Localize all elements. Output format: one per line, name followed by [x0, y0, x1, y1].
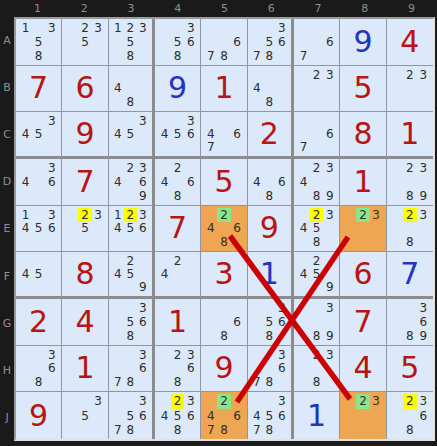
- candidate-slot-A4-7: [158, 49, 171, 63]
- candidates-E8: 23: [340, 206, 385, 252]
- candidate-slot-D4-1: [158, 161, 171, 175]
- candidate-slot-B3-7: [112, 95, 124, 109]
- candidate-C7-6: 6: [323, 128, 336, 141]
- candidate-D4-8: 8: [171, 189, 184, 203]
- cell-H6[interactable]: 3678: [248, 346, 294, 393]
- candidate-A1-5: 5: [32, 35, 45, 49]
- candidate-slot-E8-7: [343, 235, 356, 249]
- candidate-slot-F3-1: [112, 254, 124, 267]
- value-F8: 6: [340, 252, 385, 296]
- candidate-slot-E7-9: [323, 235, 336, 249]
- candidate-slot-E8-1: [343, 208, 356, 222]
- col-label-1: 1: [14, 0, 61, 17]
- candidate-G7-9: 9: [323, 329, 336, 343]
- candidate-G5-6: 6: [231, 315, 244, 329]
- candidate-A3-2: 2: [124, 21, 136, 35]
- cell-J6[interactable]: 345678: [248, 392, 294, 439]
- cell-J4[interactable]: 234568: [155, 392, 201, 439]
- candidate-slot-G6-7: [251, 329, 263, 343]
- candidate-slot-F1-6: [45, 268, 58, 281]
- candidate-slot-D9-5: [403, 175, 416, 189]
- candidate-E5-8: 8: [217, 235, 230, 249]
- cell-C2[interactable]: 9: [62, 112, 108, 159]
- candidate-slot-B3-3: [137, 68, 149, 82]
- candidate-E3-6: 6: [137, 222, 149, 236]
- cell-G8[interactable]: 7: [340, 299, 386, 346]
- candidate-slot-H3-2: [124, 348, 136, 362]
- cell-F9[interactable]: 7: [387, 252, 433, 299]
- candidates-C1: 345: [16, 112, 61, 156]
- candidate-F3-9: 9: [137, 281, 149, 294]
- cell-G5[interactable]: 68: [201, 299, 247, 346]
- candidate-slot-G5-1: [204, 301, 217, 315]
- candidate-slot-B3-6: [137, 82, 149, 96]
- candidate-slot-A4-9: [184, 49, 197, 63]
- candidate-D4-4: 4: [158, 175, 171, 189]
- cell-J8[interactable]: 23: [340, 392, 386, 439]
- cell-B2[interactable]: 6: [62, 66, 108, 113]
- value-B1: 7: [16, 66, 61, 112]
- candidate-E5-4: 4: [204, 222, 217, 236]
- cell-G1[interactable]: 2: [16, 299, 62, 346]
- candidate-slot-D9-1: [390, 161, 403, 175]
- col-label-3: 3: [108, 0, 155, 17]
- candidate-J4-5: 5: [171, 409, 184, 423]
- candidate-slot-G3-9: [137, 329, 149, 343]
- candidate-slot-G6-9: [276, 329, 288, 343]
- candidate-B6-4: 4: [251, 82, 263, 96]
- candidate-E2-2: 2: [78, 208, 91, 222]
- candidate-E3-1: 1: [112, 208, 124, 222]
- cell-A2[interactable]: 235: [62, 19, 108, 66]
- cell-D4[interactable]: 2468: [155, 159, 201, 206]
- candidate-D1-4: 4: [19, 175, 32, 189]
- candidates-G6: 3568: [248, 299, 291, 345]
- cell-G2[interactable]: 4: [62, 299, 108, 346]
- candidate-B3-4: 4: [112, 82, 124, 96]
- candidate-slot-H4-4: [158, 362, 171, 376]
- candidate-slot-C1-8: [32, 141, 45, 154]
- cell-J1[interactable]: 9: [16, 392, 62, 439]
- candidate-J5-8: 8: [217, 423, 230, 437]
- cell-C4[interactable]: 3456: [155, 112, 201, 159]
- candidate-slot-H6-1: [251, 348, 263, 362]
- candidate-slot-J8-4: [343, 409, 356, 423]
- candidate-J6-6: 6: [276, 409, 288, 423]
- cell-E3[interactable]: 123456: [109, 206, 155, 253]
- candidate-slot-E5-5: [217, 222, 230, 236]
- candidate-H1-6: 6: [45, 362, 58, 376]
- cell-A9[interactable]: 4: [387, 19, 433, 66]
- candidate-slot-E1-7: [19, 235, 32, 249]
- candidates-E7: 23458: [294, 206, 339, 252]
- cell-C9[interactable]: 1: [387, 112, 433, 159]
- candidate-H1-8: 8: [32, 375, 45, 389]
- cell-E9[interactable]: 238: [387, 206, 433, 253]
- candidate-J3-7: 7: [112, 423, 124, 437]
- candidate-E1-1: 1: [19, 208, 32, 222]
- candidate-slot-B7-7: [297, 95, 310, 109]
- cell-F4[interactable]: 24: [155, 252, 201, 299]
- value-G1: 2: [16, 299, 61, 345]
- candidate-slot-E2-9: [92, 235, 105, 249]
- cell-G7[interactable]: 389: [294, 299, 340, 346]
- candidate-G3-3: 3: [137, 301, 149, 315]
- candidate-slot-E5-9: [231, 235, 244, 249]
- candidate-E1-6: 6: [45, 222, 58, 236]
- candidate-slot-A1-4: [19, 35, 32, 49]
- cell-D5[interactable]: 5: [201, 159, 247, 206]
- candidate-D9-9: 9: [417, 189, 430, 203]
- candidate-slot-A6-9: [276, 49, 288, 63]
- candidate-slot-B9-4: [390, 82, 403, 96]
- candidate-A1-3: 3: [45, 21, 58, 35]
- cell-F5[interactable]: 3: [201, 252, 247, 299]
- candidate-slot-H1-7: [19, 375, 32, 389]
- cell-A4[interactable]: 3568: [155, 19, 201, 66]
- cell-D8[interactable]: 1: [340, 159, 386, 206]
- candidate-slot-D4-5: [171, 175, 184, 189]
- cell-E1[interactable]: 13456: [16, 206, 62, 253]
- candidates-F1: 45: [16, 252, 61, 296]
- row-label-F: F: [0, 253, 14, 300]
- candidate-A5-7: 7: [204, 49, 217, 63]
- candidate-slot-E1-9: [45, 235, 58, 249]
- cell-C6[interactable]: 2: [248, 112, 294, 159]
- candidate-A3-5: 5: [124, 35, 136, 49]
- candidate-slot-B9-9: [417, 95, 430, 109]
- candidate-slot-E9-5: [403, 222, 416, 236]
- cell-D1[interactable]: 346: [16, 159, 62, 206]
- cell-B1[interactable]: 7: [16, 66, 62, 113]
- candidate-slot-E5-1: [204, 208, 217, 222]
- value-A8: 9: [340, 19, 385, 65]
- cell-H9[interactable]: 5: [387, 346, 433, 393]
- cell-J7[interactable]: 1: [294, 392, 340, 439]
- candidate-slot-G6-1: [251, 301, 263, 315]
- candidate-G9-3: 3: [417, 301, 430, 315]
- candidate-slot-H3-4: [112, 362, 124, 376]
- candidate-slot-D9-4: [390, 175, 403, 189]
- candidate-slot-F4-9: [184, 281, 197, 294]
- candidate-slot-A6-4: [251, 35, 263, 49]
- candidate-slot-C7-1: [297, 114, 310, 127]
- cell-C3[interactable]: 345: [109, 112, 155, 159]
- cell-B4[interactable]: 9: [155, 66, 201, 113]
- candidate-C4-6: 6: [184, 128, 197, 141]
- candidate-slot-D6-5: [263, 175, 275, 189]
- cell-J9[interactable]: 2368: [387, 392, 433, 439]
- candidate-J2-3: 3: [92, 394, 105, 408]
- candidate-slot-D9-6: [417, 175, 430, 189]
- cell-H7[interactable]: 238: [294, 346, 340, 393]
- cell-J2[interactable]: 35: [62, 392, 108, 439]
- candidate-slot-H1-5: [32, 362, 45, 376]
- candidate-A4-8: 8: [171, 49, 184, 63]
- candidate-slot-H7-4: [297, 362, 310, 376]
- candidate-slot-G5-2: [217, 301, 230, 315]
- candidate-A6-6: 6: [276, 35, 288, 49]
- candidates-A6: 35678: [248, 19, 291, 65]
- candidate-slot-C3-7: [112, 141, 124, 154]
- candidate-slot-A6-1: [251, 21, 263, 35]
- col-label-9: 9: [388, 0, 435, 17]
- cell-G4[interactable]: 1: [155, 299, 201, 346]
- cell-F8[interactable]: 6: [340, 252, 386, 299]
- candidate-D7-4: 4: [297, 175, 310, 189]
- candidate-A7-7: 7: [297, 49, 310, 63]
- candidate-F1-4: 4: [19, 268, 32, 281]
- candidate-slot-F4-1: [158, 254, 171, 267]
- candidate-slot-A1-6: [45, 35, 58, 49]
- candidate-slot-A1-9: [45, 49, 58, 63]
- candidate-slot-D1-8: [32, 189, 45, 203]
- value-C2: 9: [62, 112, 107, 156]
- candidate-slot-F4-8: [171, 281, 184, 294]
- cell-G6[interactable]: 3568: [248, 299, 294, 346]
- value-H2: 1: [62, 346, 107, 392]
- candidate-slot-A2-7: [65, 49, 78, 63]
- candidate-E9-2: 2: [403, 208, 416, 222]
- candidate-J4-2: 2: [171, 394, 184, 408]
- cell-B5[interactable]: 1: [201, 66, 247, 113]
- value-C8: 8: [340, 112, 385, 156]
- cell-A6[interactable]: 35678: [248, 19, 294, 66]
- candidate-D1-6: 6: [45, 175, 58, 189]
- candidate-slot-B3-9: [137, 95, 149, 109]
- candidate-slot-D6-3: [276, 161, 288, 175]
- column-labels: 123456789: [14, 0, 435, 17]
- candidate-slot-H6-9: [276, 375, 288, 389]
- cell-A8[interactable]: 9: [340, 19, 386, 66]
- cell-E6[interactable]: 9: [248, 206, 294, 253]
- candidate-D4-2: 2: [171, 161, 184, 175]
- candidate-slot-J9-1: [390, 394, 403, 408]
- candidate-slot-G3-4: [112, 315, 124, 329]
- cell-F6[interactable]: 1: [248, 252, 294, 299]
- candidate-slot-H6-2: [263, 348, 275, 362]
- cell-F3[interactable]: 2459: [109, 252, 155, 299]
- cell-J5[interactable]: 24678: [201, 392, 247, 439]
- candidate-slot-C3-2: [124, 114, 136, 127]
- candidates-J6: 345678: [248, 392, 291, 439]
- candidate-slot-A1-7: [19, 49, 32, 63]
- candidate-J9-6: 6: [417, 409, 430, 423]
- candidate-slot-J3-2: [124, 394, 136, 408]
- cell-D7[interactable]: 23489: [294, 159, 340, 206]
- candidate-slot-C3-8: [124, 141, 136, 154]
- cell-C7[interactable]: 67: [294, 112, 340, 159]
- candidate-slot-D7-1: [297, 161, 310, 175]
- candidate-slot-A7-1: [297, 21, 310, 35]
- candidate-slot-A5-2: [217, 21, 230, 35]
- candidate-A6-8: 8: [263, 49, 275, 63]
- candidate-slot-A4-4: [158, 35, 171, 49]
- cell-C1[interactable]: 345: [16, 112, 62, 159]
- cell-E4[interactable]: 7: [155, 206, 201, 253]
- candidate-slot-F1-8: [32, 281, 45, 294]
- cell-H4[interactable]: 2368: [155, 346, 201, 393]
- candidate-F4-2: 2: [171, 254, 184, 267]
- cell-D3[interactable]: 23469: [109, 159, 155, 206]
- value-D5: 5: [201, 159, 246, 205]
- cell-B7[interactable]: 23: [294, 66, 340, 113]
- cell-H5[interactable]: 9: [201, 346, 247, 393]
- cell-A7[interactable]: 67: [294, 19, 340, 66]
- candidate-slot-E7-1: [297, 208, 310, 222]
- candidates-F4: 24: [155, 252, 200, 296]
- candidate-C4-4: 4: [158, 128, 171, 141]
- candidate-F3-2: 2: [124, 254, 136, 267]
- candidates-B6: 48: [248, 66, 291, 112]
- cell-B3[interactable]: 48: [109, 66, 155, 113]
- cell-A5[interactable]: 678: [201, 19, 247, 66]
- candidate-slot-G3-7: [112, 329, 124, 343]
- cell-E8[interactable]: 23: [340, 206, 386, 253]
- cell-D2[interactable]: 7: [62, 159, 108, 206]
- candidate-J8-2: 2: [356, 394, 369, 408]
- candidates-A1: 1358: [16, 19, 61, 65]
- cell-B8[interactable]: 5: [340, 66, 386, 113]
- candidate-slot-E5-7: [204, 235, 217, 249]
- candidates-H6: 3678: [248, 346, 291, 392]
- candidate-F4-4: 4: [158, 268, 171, 281]
- candidate-slot-D3-7: [112, 189, 124, 203]
- candidate-slot-G7-6: [323, 315, 336, 329]
- candidate-G3-6: 6: [137, 315, 149, 329]
- candidates-D4: 2468: [155, 159, 200, 205]
- cell-F2[interactable]: 8: [62, 252, 108, 299]
- cell-E7[interactable]: 23458: [294, 206, 340, 253]
- candidate-slot-B9-8: [403, 95, 416, 109]
- candidate-slot-E9-7: [390, 235, 403, 249]
- cell-D6[interactable]: 468: [248, 159, 294, 206]
- candidate-slot-B7-4: [297, 82, 310, 96]
- candidates-C7: 67: [294, 112, 339, 156]
- cell-H3[interactable]: 3678: [109, 346, 155, 393]
- candidate-slot-A7-3: [323, 21, 336, 35]
- cell-A3[interactable]: 12358: [109, 19, 155, 66]
- candidate-J2-5: 5: [78, 409, 91, 423]
- candidate-slot-J8-5: [356, 409, 369, 423]
- candidates-B7: 23: [294, 66, 339, 112]
- candidate-slot-F3-3: [137, 254, 149, 267]
- candidate-slot-E7-7: [297, 235, 310, 249]
- candidate-B7-2: 2: [310, 68, 323, 82]
- candidate-slot-J4-7: [158, 423, 171, 437]
- candidate-slot-C5-5: [217, 128, 230, 141]
- candidate-D3-9: 9: [137, 189, 149, 203]
- cell-H8[interactable]: 4: [340, 346, 386, 393]
- candidate-slot-F4-7: [158, 281, 171, 294]
- cell-B9[interactable]: 23: [387, 66, 433, 113]
- candidate-slot-H1-9: [45, 375, 58, 389]
- candidate-slot-C1-1: [19, 114, 32, 127]
- candidate-slot-C1-7: [19, 141, 32, 154]
- candidate-slot-G9-1: [390, 301, 403, 315]
- candidate-slot-F4-6: [184, 268, 197, 281]
- candidate-slot-H1-2: [32, 348, 45, 362]
- cell-J3[interactable]: 35678: [109, 392, 155, 439]
- value-C6: 2: [248, 112, 291, 156]
- candidate-E5-6: 6: [231, 222, 244, 236]
- candidate-D6-8: 8: [263, 189, 275, 203]
- candidate-slot-J5-1: [204, 394, 217, 408]
- candidate-slot-G9-4: [390, 315, 403, 329]
- cell-C5[interactable]: 467: [201, 112, 247, 159]
- cell-E2[interactable]: 235: [62, 206, 108, 253]
- candidate-slot-J8-9: [370, 423, 383, 437]
- candidate-slot-G6-2: [263, 301, 275, 315]
- candidate-slot-C7-5: [310, 128, 323, 141]
- candidate-slot-E9-1: [390, 208, 403, 222]
- candidate-D3-2: 2: [124, 161, 136, 175]
- candidates-A3: 12358: [109, 19, 152, 65]
- candidate-C3-3: 3: [137, 114, 149, 127]
- candidate-slot-J4-1: [158, 394, 171, 408]
- candidate-slot-E9-6: [417, 222, 430, 236]
- value-E4: 7: [155, 206, 200, 252]
- candidate-H1-3: 3: [45, 348, 58, 362]
- candidate-slot-D6-1: [251, 161, 263, 175]
- candidate-J9-8: 8: [403, 423, 416, 437]
- candidate-J5-7: 7: [204, 423, 217, 437]
- cell-C8[interactable]: 8: [340, 112, 386, 159]
- candidate-G5-8: 8: [217, 329, 230, 343]
- candidate-slot-B9-7: [390, 95, 403, 109]
- candidate-slot-C4-9: [184, 141, 197, 154]
- candidate-slot-G7-2: [310, 301, 323, 315]
- value-D2: 7: [62, 159, 107, 205]
- candidate-slot-G3-1: [112, 301, 124, 315]
- cell-G9[interactable]: 3689: [387, 299, 433, 346]
- cell-F1[interactable]: 45: [16, 252, 62, 299]
- candidate-slot-F7-6: [323, 268, 336, 281]
- candidates-D1: 346: [16, 159, 61, 205]
- candidate-slot-J5-9: [231, 423, 244, 437]
- candidates-B3: 48: [109, 66, 152, 112]
- cell-H1[interactable]: 368: [16, 346, 62, 393]
- cell-A1[interactable]: 1358: [16, 19, 62, 66]
- candidate-slot-F7-8: [310, 281, 323, 294]
- candidate-D9-3: 3: [417, 161, 430, 175]
- cell-G3[interactable]: 3568: [109, 299, 155, 346]
- candidate-J6-7: 7: [251, 423, 263, 437]
- cell-B6[interactable]: 48: [248, 66, 294, 113]
- candidate-slot-A3-7: [112, 49, 124, 63]
- cell-D9[interactable]: 2389: [387, 159, 433, 206]
- candidate-slot-B6-1: [251, 68, 263, 82]
- candidate-slot-H7-9: [323, 375, 336, 389]
- cell-E5[interactable]: 2468: [201, 206, 247, 253]
- cell-F7[interactable]: 2459: [294, 252, 340, 299]
- candidate-slot-H3-5: [124, 362, 136, 376]
- candidate-slot-H1-1: [19, 348, 32, 362]
- value-B2: 6: [62, 66, 107, 112]
- candidates-J8: 23: [340, 392, 385, 439]
- candidate-A2-2: 2: [78, 21, 91, 35]
- candidate-slot-H3-1: [112, 348, 124, 362]
- candidate-slot-C7-9: [323, 141, 336, 154]
- candidate-slot-A7-2: [310, 21, 323, 35]
- cell-H2[interactable]: 1: [62, 346, 108, 393]
- row-label-E: E: [0, 205, 14, 252]
- candidate-C7-7: 7: [297, 141, 310, 154]
- candidate-slot-J3-1: [112, 394, 124, 408]
- candidate-slot-J9-7: [390, 423, 403, 437]
- candidate-slot-G7-4: [297, 315, 310, 329]
- candidate-slot-C3-6: [137, 128, 149, 141]
